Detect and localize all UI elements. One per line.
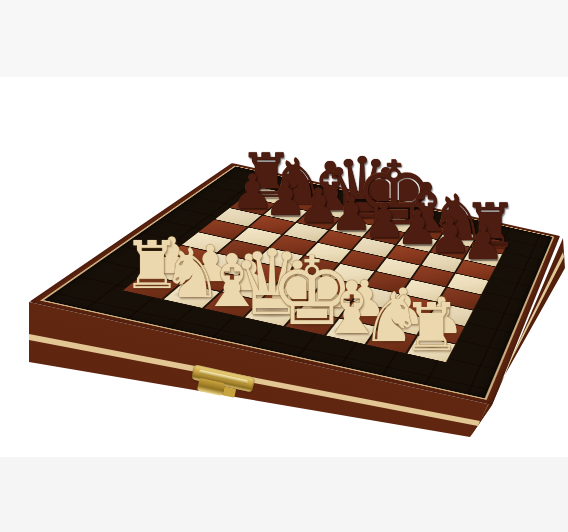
product-photo-scene: ♜♞♝♛♚♝♞♜♟♟♟♟♟♟♟♟♟♟♟♟♟♟♟♟♜♞♝♛♚♝♞♜ [0,0,568,532]
background-band-bottom [0,457,568,532]
background-band-top [0,0,568,77]
